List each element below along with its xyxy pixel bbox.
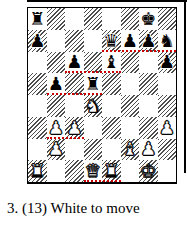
table-rule-top <box>27 0 187 2</box>
black-pawn: ♟ <box>140 32 156 50</box>
square-a4 <box>28 95 47 117</box>
diagram-caption: 3. (13) White to move <box>7 200 185 217</box>
square-f5 <box>121 73 140 95</box>
square-f4 <box>121 95 140 117</box>
black-pawn: ♟ <box>48 75 64 93</box>
white-pawn: ♟ <box>48 140 64 158</box>
square-b7 <box>47 30 66 52</box>
square-g4 <box>139 95 158 117</box>
black-bishop: ♝ <box>103 53 119 71</box>
white-pawn: ♟ <box>66 119 82 137</box>
square-e8 <box>102 8 121 30</box>
square-h2 <box>158 139 177 161</box>
square-d2 <box>84 139 103 161</box>
square-f1 <box>121 160 140 182</box>
square-c1 <box>65 160 84 182</box>
square-e1: ♜ <box>102 160 121 182</box>
white-pawn: ♟ <box>48 119 64 137</box>
white-king: ♚ <box>140 162 156 180</box>
square-f8 <box>121 8 140 30</box>
square-h3: ♟ <box>158 117 177 139</box>
white-knight: ♞ <box>85 97 101 115</box>
square-b3: ♟ <box>47 117 66 139</box>
square-c8 <box>65 8 84 30</box>
square-h7: ♞ <box>158 30 177 52</box>
square-e3 <box>102 117 121 139</box>
white-queen: ♛ <box>85 162 101 180</box>
square-b2: ♟ <box>47 139 66 161</box>
chess-board: ♜♚♟♛♟♟♞♟♝♟♟♜♞♟♟♟♟♝♟♜♛♜♚ <box>27 7 177 184</box>
black-rook: ♜ <box>85 75 101 93</box>
black-rook: ♜ <box>29 10 45 28</box>
square-c5 <box>65 73 84 95</box>
square-g5 <box>139 73 158 95</box>
white-pawn: ♟ <box>159 119 175 137</box>
black-pawn: ♟ <box>159 53 175 71</box>
white-pawn: ♟ <box>140 140 156 158</box>
square-b5: ♟ <box>47 73 66 95</box>
square-g3 <box>139 117 158 139</box>
square-d6 <box>84 52 103 74</box>
square-h4 <box>158 95 177 117</box>
square-e7: ♛ <box>102 30 121 52</box>
square-e5 <box>102 73 121 95</box>
square-e6: ♝ <box>102 52 121 74</box>
black-pawn: ♟ <box>29 32 45 50</box>
square-g2: ♟ <box>139 139 158 161</box>
white-rook: ♜ <box>29 162 45 180</box>
square-c3: ♟ <box>65 117 84 139</box>
square-d1: ♛ <box>84 160 103 182</box>
square-f3 <box>121 117 140 139</box>
black-pawn: ♟ <box>66 53 82 71</box>
black-king: ♚ <box>140 10 156 28</box>
square-g1: ♚ <box>139 160 158 182</box>
square-a2 <box>28 139 47 161</box>
square-d4: ♞ <box>84 95 103 117</box>
square-h6: ♟ <box>158 52 177 74</box>
square-d7 <box>84 30 103 52</box>
square-a5 <box>28 73 47 95</box>
square-g6 <box>139 52 158 74</box>
square-a7: ♟ <box>28 30 47 52</box>
square-f7: ♟ <box>121 30 140 52</box>
square-g7: ♟ <box>139 30 158 52</box>
square-e2 <box>102 139 121 161</box>
chess-diagram-page: ♜♚♟♛♟♟♞♟♝♟♟♜♞♟♟♟♟♝♟♜♛♜♚ 3. (13) White to… <box>0 0 187 226</box>
square-a1: ♜ <box>28 160 47 182</box>
square-a6 <box>28 52 47 74</box>
square-b6 <box>47 52 66 74</box>
square-d5: ♜ <box>84 73 103 95</box>
square-d3 <box>84 117 103 139</box>
square-f2: ♝ <box>121 139 140 161</box>
square-g8: ♚ <box>139 8 158 30</box>
square-c4 <box>65 95 84 117</box>
white-bishop: ♝ <box>122 140 138 158</box>
square-c6: ♟ <box>65 52 84 74</box>
black-knight: ♞ <box>159 32 175 50</box>
table-rule-right <box>184 0 186 173</box>
black-queen: ♛ <box>103 32 119 50</box>
square-f6 <box>121 52 140 74</box>
white-rook: ♜ <box>103 162 119 180</box>
square-a3 <box>28 117 47 139</box>
square-b1 <box>47 160 66 182</box>
square-b8 <box>47 8 66 30</box>
square-c2 <box>65 139 84 161</box>
black-pawn: ♟ <box>122 32 138 50</box>
square-c7 <box>65 30 84 52</box>
square-d8 <box>84 8 103 30</box>
square-h5 <box>158 73 177 95</box>
square-b4 <box>47 95 66 117</box>
square-e4 <box>102 95 121 117</box>
square-a8: ♜ <box>28 8 47 30</box>
square-h8 <box>158 8 177 30</box>
square-h1 <box>158 160 177 182</box>
